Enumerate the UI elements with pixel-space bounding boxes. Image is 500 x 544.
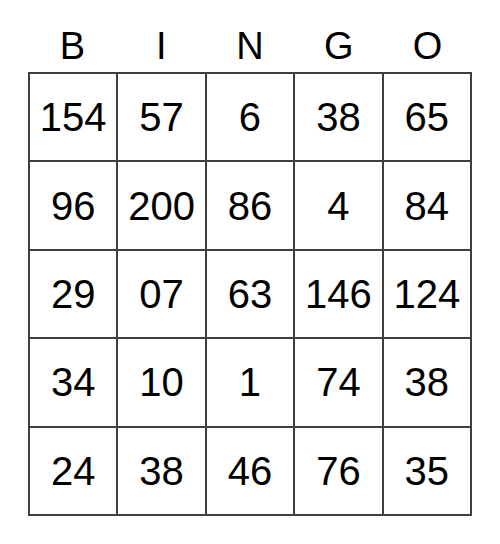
cell-r4c2[interactable]: 10 xyxy=(118,339,204,425)
cell-r2c4[interactable]: 4 xyxy=(295,162,381,248)
cell-r1c1[interactable]: 154 xyxy=(30,74,116,160)
header-letter-i: I xyxy=(117,27,206,72)
header-letter-b: B xyxy=(28,27,117,72)
cell-r2c2[interactable]: 200 xyxy=(118,162,204,248)
cell-r1c5[interactable]: 65 xyxy=(384,74,470,160)
cell-r3c3[interactable]: 63 xyxy=(207,251,293,337)
cell-r3c2[interactable]: 07 xyxy=(118,251,204,337)
cell-r3c5[interactable]: 124 xyxy=(384,251,470,337)
cell-r4c4[interactable]: 74 xyxy=(295,339,381,425)
cell-r5c3[interactable]: 46 xyxy=(207,428,293,514)
cell-r5c1[interactable]: 24 xyxy=(30,428,116,514)
cell-r5c4[interactable]: 76 xyxy=(295,428,381,514)
cell-r1c3[interactable]: 6 xyxy=(207,74,293,160)
header-letter-o: O xyxy=(383,27,472,72)
cell-r2c1[interactable]: 96 xyxy=(30,162,116,248)
cell-r4c5[interactable]: 38 xyxy=(384,339,470,425)
bingo-card: B I N G O 154 57 6 38 65 96 200 86 4 84 … xyxy=(0,0,500,544)
cell-r4c3[interactable]: 1 xyxy=(207,339,293,425)
header-letter-g: G xyxy=(294,27,383,72)
bingo-header-row: B I N G O xyxy=(28,0,472,72)
cell-r1c4[interactable]: 38 xyxy=(295,74,381,160)
cell-r5c5[interactable]: 35 xyxy=(384,428,470,514)
bingo-board-grid: 154 57 6 38 65 96 200 86 4 84 29 07 63 1… xyxy=(28,72,472,516)
cell-r3c1[interactable]: 29 xyxy=(30,251,116,337)
cell-r2c5[interactable]: 84 xyxy=(384,162,470,248)
header-letter-n: N xyxy=(206,27,295,72)
cell-r5c2[interactable]: 38 xyxy=(118,428,204,514)
cell-r2c3[interactable]: 86 xyxy=(207,162,293,248)
cell-r3c4[interactable]: 146 xyxy=(295,251,381,337)
cell-r1c2[interactable]: 57 xyxy=(118,74,204,160)
cell-r4c1[interactable]: 34 xyxy=(30,339,116,425)
